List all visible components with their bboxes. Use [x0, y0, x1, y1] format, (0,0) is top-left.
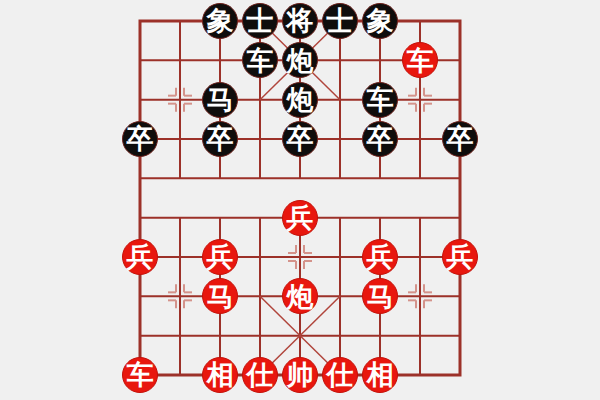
board-point[interactable]: [160, 1, 200, 40]
board-point[interactable]: [160, 198, 200, 237]
board-point[interactable]: [240, 159, 280, 198]
black-horse-piece[interactable]: 马: [202, 82, 238, 118]
board-point[interactable]: [160, 119, 200, 158]
board-point[interactable]: [440, 198, 480, 237]
red-soldier-piece[interactable]: 兵: [282, 200, 318, 236]
red-horse-piece[interactable]: 马: [202, 278, 238, 314]
board-point[interactable]: [400, 1, 440, 40]
board-point[interactable]: 马: [360, 277, 400, 316]
board-point[interactable]: 仕: [320, 355, 360, 394]
board-point[interactable]: [200, 316, 240, 355]
board-point[interactable]: 炮: [280, 277, 320, 316]
board-point[interactable]: [360, 316, 400, 355]
board-point[interactable]: 炮: [280, 41, 320, 80]
red-general-piece[interactable]: 帅: [282, 357, 318, 393]
board-point[interactable]: 象: [360, 1, 400, 40]
board-point[interactable]: 相: [200, 355, 240, 394]
board-point[interactable]: [400, 159, 440, 198]
board-point[interactable]: 卒: [440, 119, 480, 158]
board-point[interactable]: [120, 41, 160, 80]
board-point[interactable]: 卒: [280, 119, 320, 158]
black-advisor-piece[interactable]: 士: [242, 3, 278, 39]
board-point[interactable]: 马: [200, 80, 240, 119]
board-point[interactable]: 卒: [120, 119, 160, 158]
board-point[interactable]: 车: [360, 80, 400, 119]
board-point[interactable]: [440, 159, 480, 198]
board-point[interactable]: [240, 316, 280, 355]
board-point[interactable]: 士: [320, 1, 360, 40]
board-point[interactable]: 兵: [360, 237, 400, 276]
board-point[interactable]: [400, 237, 440, 276]
black-cannon-piece[interactable]: 炮: [282, 42, 318, 78]
board-point[interactable]: [120, 316, 160, 355]
board-point[interactable]: 帅: [280, 355, 320, 394]
black-chariot-piece[interactable]: 车: [242, 42, 278, 78]
board-point[interactable]: [360, 41, 400, 80]
board-point[interactable]: [120, 159, 160, 198]
board-point[interactable]: [240, 198, 280, 237]
board-point[interactable]: 车: [120, 355, 160, 394]
board-point[interactable]: 卒: [360, 119, 400, 158]
board-point[interactable]: [320, 119, 360, 158]
red-soldier-piece[interactable]: 兵: [122, 239, 158, 275]
board-point[interactable]: [400, 277, 440, 316]
board-point[interactable]: 车: [240, 41, 280, 80]
red-elephant-piece[interactable]: 相: [362, 357, 398, 393]
red-advisor-piece[interactable]: 仕: [242, 357, 278, 393]
board-point[interactable]: [400, 80, 440, 119]
red-chariot-piece[interactable]: 车: [402, 42, 438, 78]
black-soldier-piece[interactable]: 卒: [442, 121, 478, 157]
board-point[interactable]: [360, 159, 400, 198]
board-point[interactable]: [320, 198, 360, 237]
board-point[interactable]: [120, 80, 160, 119]
board-point[interactable]: [320, 277, 360, 316]
board-point[interactable]: [360, 198, 400, 237]
black-chariot-piece[interactable]: 车: [362, 82, 398, 118]
board-point[interactable]: [400, 355, 440, 394]
board-point[interactable]: [320, 41, 360, 80]
black-elephant-piece[interactable]: 象: [362, 3, 398, 39]
board-point[interactable]: [440, 355, 480, 394]
board-point[interactable]: 士: [240, 1, 280, 40]
board-point[interactable]: [160, 316, 200, 355]
board-point[interactable]: [240, 119, 280, 158]
board-point[interactable]: [440, 316, 480, 355]
board-point[interactable]: [160, 277, 200, 316]
board-point[interactable]: 兵: [120, 237, 160, 276]
board-point[interactable]: 炮: [280, 80, 320, 119]
board-point[interactable]: [400, 316, 440, 355]
board-point[interactable]: [440, 277, 480, 316]
red-soldier-piece[interactable]: 兵: [362, 239, 398, 275]
board-point[interactable]: [440, 1, 480, 40]
board-point[interactable]: [160, 355, 200, 394]
black-soldier-piece[interactable]: 卒: [202, 121, 238, 157]
board-point[interactable]: [240, 277, 280, 316]
board-point[interactable]: 象: [200, 1, 240, 40]
board-point[interactable]: [160, 80, 200, 119]
board-point[interactable]: [120, 277, 160, 316]
red-elephant-piece[interactable]: 相: [202, 357, 238, 393]
board-point[interactable]: [320, 237, 360, 276]
board-point[interactable]: 卒: [200, 119, 240, 158]
board-point[interactable]: [440, 41, 480, 80]
board-point[interactable]: [200, 159, 240, 198]
board-point[interactable]: [240, 237, 280, 276]
board-point[interactable]: [120, 1, 160, 40]
board-point[interactable]: [400, 119, 440, 158]
red-soldier-piece[interactable]: 兵: [442, 239, 478, 275]
board-point[interactable]: 马: [200, 277, 240, 316]
board-point[interactable]: 仕: [240, 355, 280, 394]
board-point[interactable]: [160, 159, 200, 198]
red-advisor-piece[interactable]: 仕: [322, 357, 358, 393]
red-soldier-piece[interactable]: 兵: [202, 239, 238, 275]
red-chariot-piece[interactable]: 车: [122, 357, 158, 393]
board-point[interactable]: [280, 316, 320, 355]
black-soldier-piece[interactable]: 卒: [122, 121, 158, 157]
board-point[interactable]: 车: [400, 41, 440, 80]
board-point[interactable]: [160, 41, 200, 80]
board-point[interactable]: [280, 237, 320, 276]
black-soldier-piece[interactable]: 卒: [282, 121, 318, 157]
board-point[interactable]: 兵: [200, 237, 240, 276]
black-advisor-piece[interactable]: 士: [322, 3, 358, 39]
board-point[interactable]: [320, 159, 360, 198]
board-point[interactable]: [320, 80, 360, 119]
board-point[interactable]: [200, 198, 240, 237]
board-point[interactable]: 相: [360, 355, 400, 394]
board-point[interactable]: 兵: [440, 237, 480, 276]
board-point[interactable]: [320, 316, 360, 355]
board-point[interactable]: [280, 159, 320, 198]
board-point[interactable]: [440, 80, 480, 119]
xiangqi-board: 象士将士象车炮车马炮车卒卒卒卒卒兵兵兵兵兵马炮马车相仕帅仕相: [120, 1, 480, 394]
board-point[interactable]: [240, 80, 280, 119]
board-point[interactable]: 将: [280, 1, 320, 40]
board-point[interactable]: [400, 198, 440, 237]
black-general-piece[interactable]: 将: [282, 3, 318, 39]
board-point[interactable]: [200, 41, 240, 80]
board-point[interactable]: [160, 237, 200, 276]
xiangqi-app: 象士将士象车炮车马炮车卒卒卒卒卒兵兵兵兵兵马炮马车相仕帅仕相: [0, 0, 600, 400]
red-cannon-piece[interactable]: 炮: [282, 278, 318, 314]
black-soldier-piece[interactable]: 卒: [362, 121, 398, 157]
red-horse-piece[interactable]: 马: [362, 278, 398, 314]
black-cannon-piece[interactable]: 炮: [282, 82, 318, 118]
board-point[interactable]: [120, 198, 160, 237]
black-elephant-piece[interactable]: 象: [202, 3, 238, 39]
board-point[interactable]: 兵: [280, 198, 320, 237]
